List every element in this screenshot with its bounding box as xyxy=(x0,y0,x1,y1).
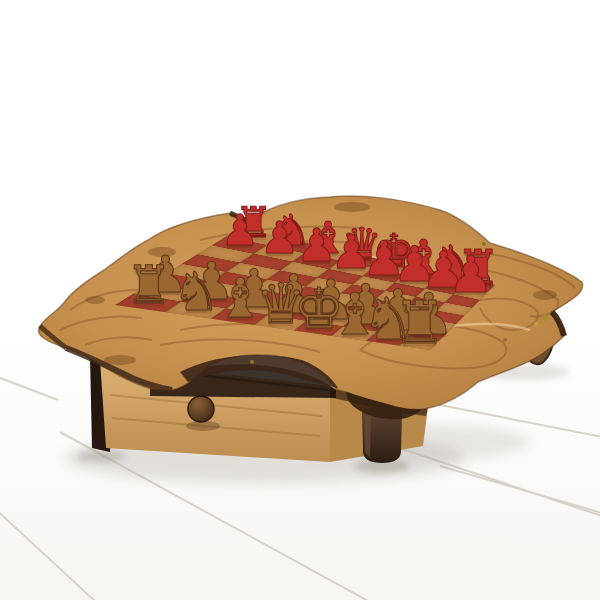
drawer-knob[interactable] xyxy=(188,396,214,422)
floor-plank-line xyxy=(0,506,96,600)
floor-plank-line xyxy=(440,466,600,513)
photo-canvas: ♜♞♝♛♚♝♞♜♟♟♟♟♟♟♟♟♟♟♟♟♟♟♟♟♜♞♝♛♚♝♞♜ xyxy=(0,0,600,600)
floor-plank-line xyxy=(0,378,58,400)
